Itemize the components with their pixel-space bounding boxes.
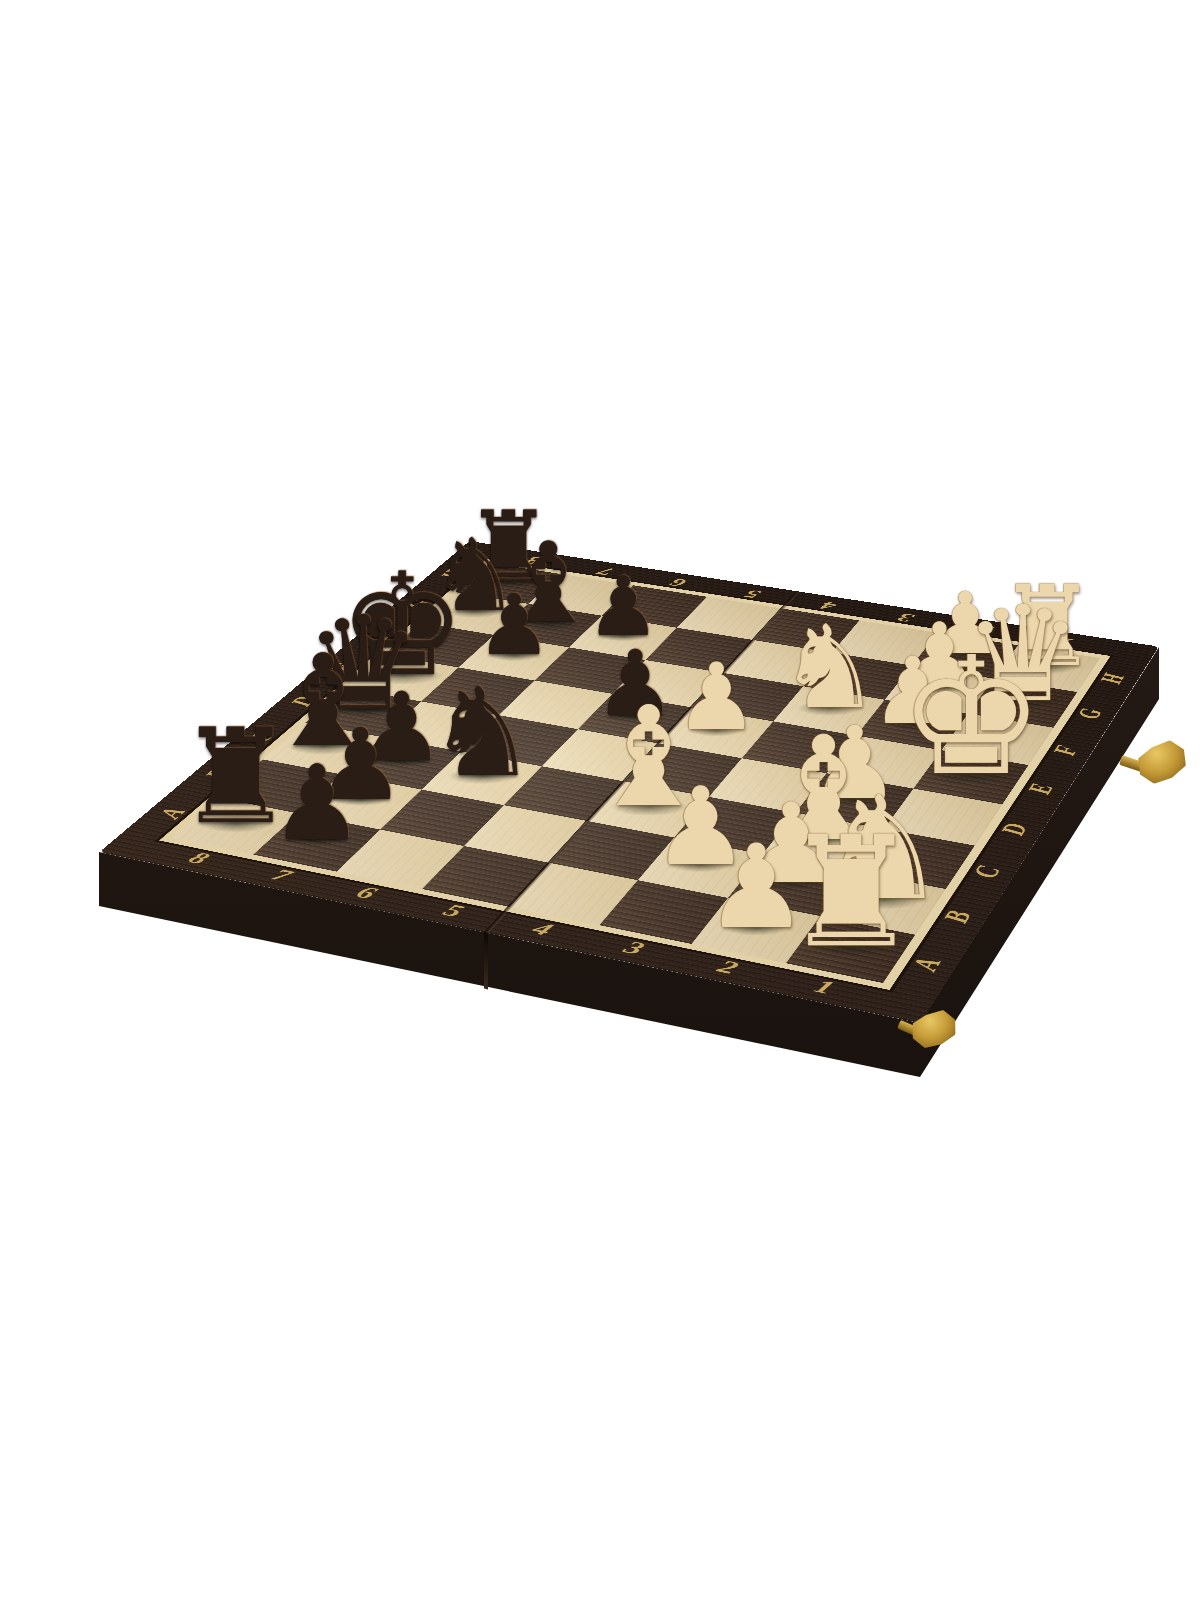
rank-label-right-5: 5 <box>742 588 764 600</box>
rank-label-left-1: 1 <box>810 977 838 997</box>
chess-set-photo: AA88BB77CC66DD55EE44FF33GG22HH11 ♜♝♛♚♞♜♟… <box>0 0 1200 1600</box>
rank-label-right-7: 7 <box>594 565 617 577</box>
rank-label-left-2: 2 <box>714 958 743 978</box>
file-label-near-e: E <box>1023 782 1059 796</box>
rank-label-right-4: 4 <box>817 599 839 611</box>
file-label-near-f: F <box>1049 744 1084 757</box>
file-label-far-h: H <box>437 569 470 580</box>
rank-label-left-4: 4 <box>528 920 557 939</box>
fold-seam-side-face <box>484 929 488 990</box>
rank-label-right-1: 1 <box>1055 636 1076 649</box>
rank-label-right-2: 2 <box>974 623 996 636</box>
rank-label-right-6: 6 <box>667 577 689 589</box>
file-label-far-d: D <box>286 695 321 708</box>
file-label-far-e: E <box>327 662 361 674</box>
rank-label-left-6: 6 <box>352 884 382 902</box>
brass-clasp-near <box>896 1002 958 1058</box>
rank-label-right-3: 3 <box>895 611 917 624</box>
rank-label-right-8: 8 <box>523 555 546 566</box>
chessboard: AA88BB77CC66DD55EE44FF33GG22HH11 <box>99 541 1158 1023</box>
rank-label-left-5: 5 <box>439 902 468 920</box>
file-label-far-c: C <box>244 730 279 743</box>
file-label-far-g: G <box>402 598 435 609</box>
file-label-far-f: F <box>365 629 398 640</box>
brass-clasp-right <box>1118 733 1188 793</box>
file-label-far-a: A <box>154 806 191 820</box>
file-label-near-c: C <box>968 864 1006 880</box>
file-label-near-g: G <box>1073 707 1108 720</box>
file-label-near-d: D <box>996 822 1033 838</box>
file-label-near-b: B <box>939 909 978 926</box>
file-label-near-a: A <box>907 955 947 973</box>
file-label-far-b: B <box>200 767 236 781</box>
file-label-near-h: H <box>1096 672 1130 685</box>
rank-label-left-7: 7 <box>267 867 297 885</box>
rank-label-left-3: 3 <box>620 938 649 957</box>
rank-label-left-8: 8 <box>184 850 214 867</box>
